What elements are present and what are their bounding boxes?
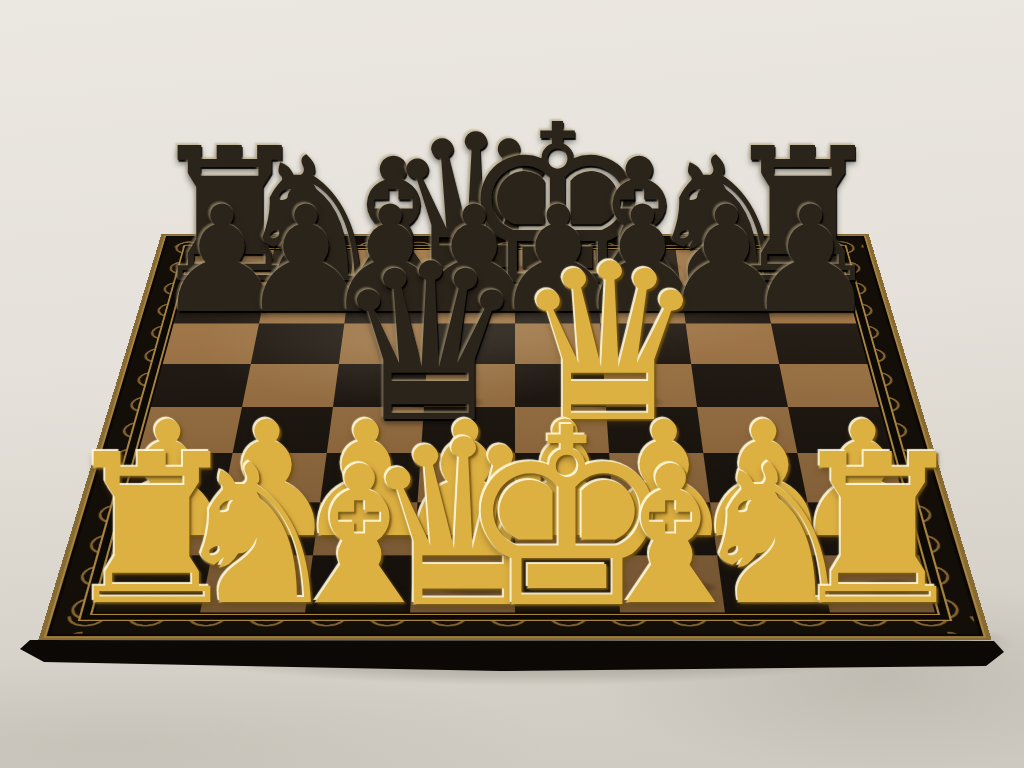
square-h7 [763, 286, 856, 324]
square-c8 [350, 250, 435, 286]
square-e5 [515, 364, 606, 407]
square-c6 [339, 323, 430, 363]
square-a1 [95, 555, 212, 612]
square-g7 [680, 286, 770, 324]
square-f6 [600, 323, 691, 363]
square-g1 [717, 555, 830, 612]
square-d6 [427, 323, 515, 363]
square-a4 [138, 407, 242, 453]
square-h3 [797, 453, 905, 502]
square-a3 [125, 453, 233, 502]
square-b4 [233, 407, 333, 453]
square-d3 [418, 453, 515, 502]
border-ornament-top [166, 237, 864, 248]
square-e8 [515, 250, 598, 286]
square-e4 [515, 407, 609, 453]
square-e3 [515, 453, 612, 502]
square-e2 [515, 502, 616, 555]
square-d1 [410, 555, 515, 612]
square-d4 [421, 407, 515, 453]
photo-scene: ♜♞♝♛♚♝♞♜♟♟♟♟♟♟♟♟♛♛♟♟♟♟♟♟♟♟♜♞♝♛♚♝♞♜ [0, 0, 1024, 768]
square-h5 [779, 364, 879, 407]
border-ornament-bottom [52, 616, 979, 635]
square-b1 [200, 555, 313, 612]
square-a7 [174, 286, 267, 324]
square-d7 [430, 286, 515, 324]
square-f5 [603, 364, 697, 407]
square-g2 [710, 502, 818, 555]
board-squares [95, 250, 935, 613]
square-f4 [606, 407, 703, 453]
square-g4 [697, 407, 797, 453]
square-e1 [515, 555, 620, 612]
square-f2 [612, 502, 717, 555]
square-b7 [259, 286, 349, 324]
square-f8 [595, 250, 680, 286]
square-b6 [251, 323, 345, 363]
square-a2 [111, 502, 223, 555]
square-d5 [424, 364, 515, 407]
square-a6 [163, 323, 259, 363]
square-a8 [184, 250, 274, 286]
square-f1 [616, 555, 725, 612]
square-c3 [320, 453, 421, 502]
square-d8 [432, 250, 515, 286]
square-g6 [686, 323, 780, 363]
square-c4 [327, 407, 424, 453]
square-h4 [788, 407, 892, 453]
square-g8 [676, 250, 764, 286]
square-c2 [313, 502, 418, 555]
square-f3 [609, 453, 710, 502]
square-h1 [818, 555, 935, 612]
square-b8 [267, 250, 355, 286]
square-h2 [807, 502, 919, 555]
chess-board [38, 234, 991, 640]
square-c1 [305, 555, 414, 612]
square-g5 [691, 364, 788, 407]
square-d2 [414, 502, 515, 555]
square-e6 [515, 323, 603, 363]
square-f7 [598, 286, 686, 324]
square-b3 [223, 453, 327, 502]
square-g3 [703, 453, 807, 502]
square-h8 [756, 250, 846, 286]
square-b5 [242, 364, 339, 407]
square-c5 [333, 364, 427, 407]
square-e7 [515, 286, 600, 324]
square-c7 [344, 286, 432, 324]
square-b2 [212, 502, 320, 555]
square-a5 [151, 364, 251, 407]
square-h6 [771, 323, 867, 363]
